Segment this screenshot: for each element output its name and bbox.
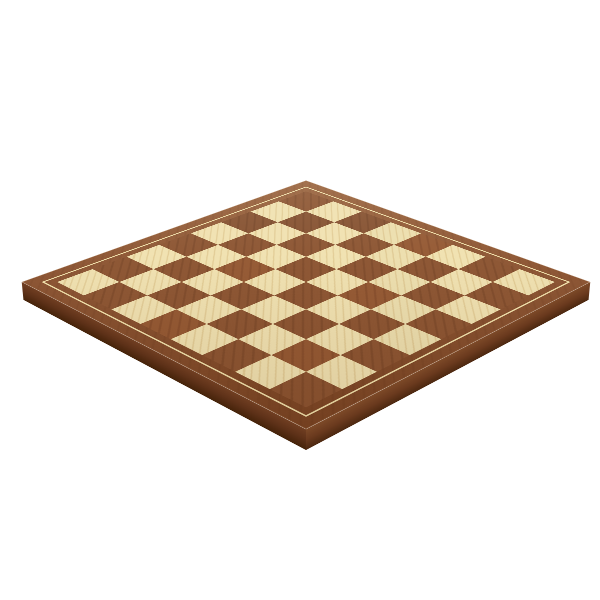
square-d2	[207, 309, 273, 339]
chessboard	[22, 181, 591, 430]
square-d1	[171, 324, 239, 355]
square-b1	[235, 355, 306, 389]
square-c5	[338, 282, 402, 309]
chessboard-scene	[0, 0, 600, 600]
square-f1	[111, 295, 176, 324]
square-c2	[238, 324, 306, 355]
square-b2	[271, 339, 340, 372]
square-b3	[306, 324, 374, 355]
square-a1	[270, 372, 342, 408]
square-b5	[371, 295, 436, 324]
square-e1	[140, 309, 206, 339]
square-g1	[84, 282, 148, 309]
square-a5	[405, 309, 471, 339]
square-b6	[401, 282, 465, 309]
square-d4	[274, 282, 338, 309]
square-a4	[374, 324, 442, 355]
square-a3	[341, 339, 410, 372]
square-a6	[436, 295, 501, 324]
board-top-face	[22, 181, 591, 430]
square-a2	[306, 355, 377, 389]
square-e3	[211, 282, 275, 309]
square-f2	[147, 282, 211, 309]
square-b4	[339, 309, 405, 339]
square-c4	[306, 295, 371, 324]
square-d3	[241, 295, 306, 324]
playing-area	[57, 191, 555, 407]
square-c3	[273, 309, 339, 339]
page-background: { "game": "chess", "position": "8/8/8/8/…	[0, 0, 600, 600]
square-a7	[465, 282, 529, 309]
square-e2	[176, 295, 241, 324]
square-c1	[202, 339, 271, 372]
